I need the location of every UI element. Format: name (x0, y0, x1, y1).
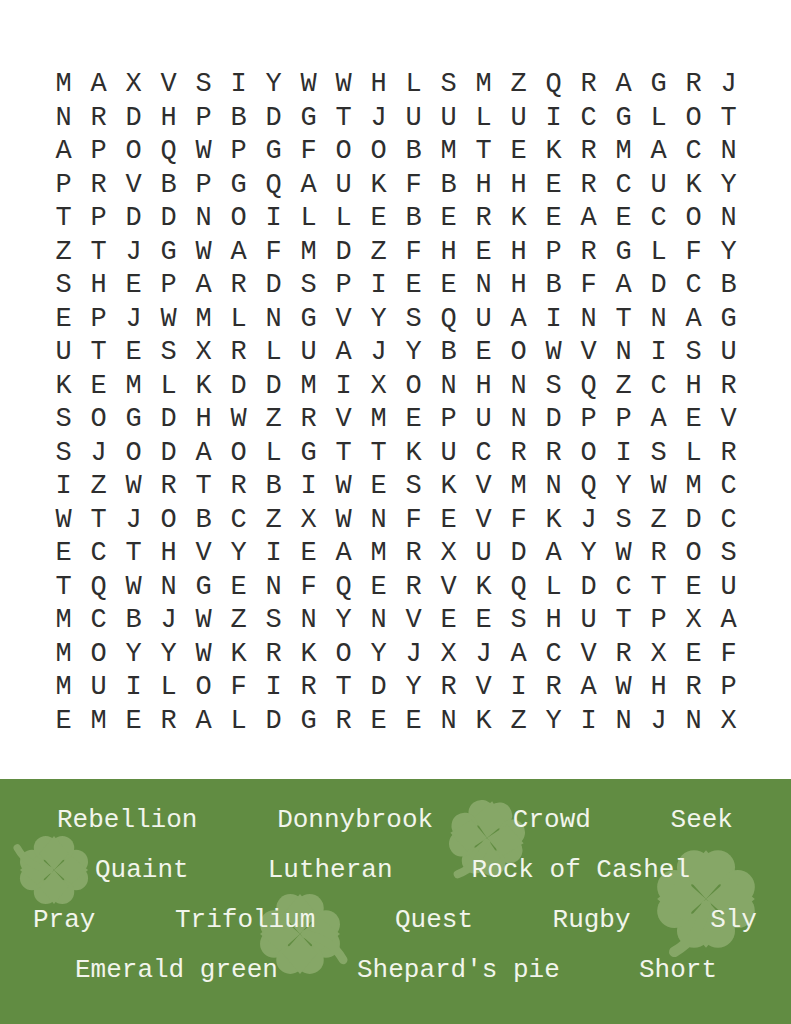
grid-cell: R (396, 537, 431, 571)
grid-cell: M (186, 303, 221, 337)
grid-cell: A (711, 604, 746, 638)
grid-cell: X (431, 537, 466, 571)
grid-cell: B (221, 102, 256, 136)
grid-cell: R (711, 370, 746, 404)
grid-cell: V (326, 403, 361, 437)
grid-cell: W (291, 68, 326, 102)
grid-cell: U (641, 169, 676, 203)
grid-cell: X (676, 604, 711, 638)
grid-cell: M (116, 370, 151, 404)
grid-cell: H (501, 169, 536, 203)
grid-cell: Z (221, 604, 256, 638)
grid-cell: G (116, 403, 151, 437)
grid-cell: R (326, 705, 361, 739)
grid-cell: Z (606, 370, 641, 404)
grid-cell: I (536, 303, 571, 337)
grid-cell: Y (116, 638, 151, 672)
grid-cell: Y (151, 638, 186, 672)
grid-cell: P (711, 671, 746, 705)
grid-cell: G (641, 68, 676, 102)
grid-cell: E (396, 403, 431, 437)
grid-cell: Y (361, 303, 396, 337)
grid-cell: B (431, 336, 466, 370)
grid-cell: A (571, 202, 606, 236)
grid-cell: M (361, 403, 396, 437)
grid-cell: T (466, 135, 501, 169)
word-list-row: QuaintLutheranRock of Cashel (0, 854, 791, 886)
grid-cell: R (81, 102, 116, 136)
grid-cell: U (466, 403, 501, 437)
grid-cell: N (46, 102, 81, 136)
grid-cell: B (116, 604, 151, 638)
grid-cell: M (501, 470, 536, 504)
grid-cell: H (186, 403, 221, 437)
grid-cell: E (396, 705, 431, 739)
grid-cell: A (501, 638, 536, 672)
grid-cell: V (571, 336, 606, 370)
grid-cell: D (256, 102, 291, 136)
grid-cell: S (606, 504, 641, 538)
grid-cell: M (81, 705, 116, 739)
grid-cell: J (116, 236, 151, 270)
grid-cell: J (81, 437, 116, 471)
word-list-item: Rugby (553, 907, 631, 933)
grid-cell: V (571, 638, 606, 672)
grid-cell: R (571, 135, 606, 169)
grid-cell: K (536, 504, 571, 538)
word-list-item: Short (639, 957, 717, 983)
grid-cell: I (326, 370, 361, 404)
grid-cell: B (396, 202, 431, 236)
grid-cell: X (291, 504, 326, 538)
grid-cell: V (116, 169, 151, 203)
grid-cell: H (641, 671, 676, 705)
grid-cell: N (711, 202, 746, 236)
grid-cell: T (326, 437, 361, 471)
grid-cell: I (291, 470, 326, 504)
grid-cell: W (326, 504, 361, 538)
grid-cell: D (151, 437, 186, 471)
grid-cell: K (361, 169, 396, 203)
grid-cell: H (501, 236, 536, 270)
grid-cell: Z (256, 504, 291, 538)
grid-cell: W (536, 336, 571, 370)
grid-cell: W (326, 68, 361, 102)
grid-cell: B (711, 269, 746, 303)
grid-cell: Y (536, 705, 571, 739)
grid-cell: R (291, 671, 326, 705)
grid-cell: C (641, 370, 676, 404)
grid-cell: A (221, 236, 256, 270)
grid-cell: R (221, 336, 256, 370)
grid-cell: F (711, 638, 746, 672)
grid-cell: Y (326, 604, 361, 638)
grid-cell: O (676, 537, 711, 571)
grid-cell: A (571, 671, 606, 705)
grid-cell: V (466, 671, 501, 705)
grid-cell: A (501, 303, 536, 337)
word-search-grid: MAXVSIYWWHLSMZQRAGRJNRDHPBDGTJUULUICGLOT… (46, 68, 746, 738)
grid-cell: U (431, 437, 466, 471)
grid-cell: W (641, 470, 676, 504)
grid-cell: Y (711, 169, 746, 203)
grid-cell: M (46, 671, 81, 705)
grid-cell: M (46, 604, 81, 638)
grid-cell: N (256, 303, 291, 337)
word-list-item: Shepard's pie (357, 957, 560, 983)
grid-cell: C (81, 604, 116, 638)
grid-cell: R (221, 470, 256, 504)
grid-cell: I (606, 437, 641, 471)
grid-cell: P (326, 269, 361, 303)
grid-cell: W (221, 403, 256, 437)
grid-cell: M (676, 470, 711, 504)
grid-cell: E (501, 135, 536, 169)
grid-cell: Y (396, 336, 431, 370)
grid-cell: T (81, 336, 116, 370)
word-list-row: Emerald greenShepard's pieShort (0, 954, 791, 986)
grid-cell: L (641, 236, 676, 270)
grid-cell: P (571, 403, 606, 437)
grid-cell: C (536, 638, 571, 672)
grid-cell: S (501, 604, 536, 638)
grid-cell: S (151, 336, 186, 370)
grid-cell: G (151, 236, 186, 270)
grid-cell: K (676, 169, 711, 203)
grid-cell: Z (256, 403, 291, 437)
grid-cell: O (81, 403, 116, 437)
grid-cell: T (326, 102, 361, 136)
grid-cell: N (571, 303, 606, 337)
word-list-item: Lutheran (268, 857, 393, 883)
grid-cell: J (641, 705, 676, 739)
grid-cell: D (501, 537, 536, 571)
grid-cell: E (221, 571, 256, 605)
grid-cell: A (326, 336, 361, 370)
grid-cell: I (641, 336, 676, 370)
grid-cell: M (46, 638, 81, 672)
grid-cell: N (501, 370, 536, 404)
grid-cell: O (116, 135, 151, 169)
grid-cell: D (116, 102, 151, 136)
grid-cell: J (116, 303, 151, 337)
grid-cell: I (536, 102, 571, 136)
grid-cell: B (186, 504, 221, 538)
grid-cell: H (676, 370, 711, 404)
word-list-item: Seek (671, 807, 733, 833)
grid-cell: C (221, 504, 256, 538)
grid-cell: R (571, 169, 606, 203)
grid-cell: O (186, 671, 221, 705)
grid-cell: J (571, 504, 606, 538)
grid-cell: U (81, 671, 116, 705)
grid-cell: W (46, 504, 81, 538)
grid-cell: W (186, 604, 221, 638)
grid-cell: J (396, 638, 431, 672)
grid-cell: V (466, 504, 501, 538)
grid-cell: A (641, 403, 676, 437)
grid-cell: A (676, 303, 711, 337)
grid-cell: P (536, 236, 571, 270)
grid-cell: V (396, 604, 431, 638)
grid-cell: S (46, 269, 81, 303)
grid-cell: U (501, 102, 536, 136)
grid-cell: R (291, 403, 326, 437)
grid-cell: I (221, 68, 256, 102)
grid-cell: E (536, 202, 571, 236)
grid-cell: N (536, 470, 571, 504)
grid-cell: O (221, 437, 256, 471)
grid-cell: T (641, 571, 676, 605)
grid-cell: A (186, 269, 221, 303)
grid-cell: Z (81, 470, 116, 504)
grid-cell: C (641, 202, 676, 236)
grid-cell: Y (396, 671, 431, 705)
grid-cell: D (641, 269, 676, 303)
grid-cell: A (186, 705, 221, 739)
grid-cell: P (221, 135, 256, 169)
grid-cell: A (606, 68, 641, 102)
grid-cell: O (676, 102, 711, 136)
grid-cell: S (46, 437, 81, 471)
grid-cell: R (151, 470, 186, 504)
grid-cell: F (291, 135, 326, 169)
grid-cell: W (186, 638, 221, 672)
grid-cell: N (291, 604, 326, 638)
grid-cell: R (641, 537, 676, 571)
grid-cell: U (46, 336, 81, 370)
grid-cell: H (151, 102, 186, 136)
grid-cell: E (396, 269, 431, 303)
grid-cell: Y (606, 470, 641, 504)
grid-cell: T (606, 303, 641, 337)
grid-cell: D (221, 370, 256, 404)
grid-cell: Y (571, 537, 606, 571)
grid-cell: E (116, 705, 151, 739)
word-list-item: Sly (710, 907, 757, 933)
grid-cell: M (606, 135, 641, 169)
grid-cell: R (431, 671, 466, 705)
grid-cell: E (431, 269, 466, 303)
grid-cell: L (256, 336, 291, 370)
grid-cell: X (116, 68, 151, 102)
grid-cell: G (221, 169, 256, 203)
grid-cell: L (151, 370, 186, 404)
grid-cell: U (466, 303, 501, 337)
grid-cell: I (501, 671, 536, 705)
grid-cell: Q (536, 68, 571, 102)
grid-cell: V (326, 303, 361, 337)
grid-cell: O (571, 437, 606, 471)
grid-cell: H (81, 269, 116, 303)
word-list-item: Donnybrook (277, 807, 433, 833)
grid-cell: C (711, 470, 746, 504)
grid-cell: R (396, 571, 431, 605)
grid-cell: J (361, 336, 396, 370)
grid-cell: Y (256, 68, 291, 102)
grid-cell: N (256, 571, 291, 605)
grid-cell: K (186, 370, 221, 404)
grid-cell: Z (361, 236, 396, 270)
grid-cell: O (326, 638, 361, 672)
grid-cell: W (116, 470, 151, 504)
grid-cell: T (186, 470, 221, 504)
grid-cell: O (676, 202, 711, 236)
grid-cell: L (396, 68, 431, 102)
grid-cell: P (81, 303, 116, 337)
grid-cell: Z (501, 705, 536, 739)
grid-cell: E (81, 370, 116, 404)
grid-cell: I (46, 470, 81, 504)
grid-cell: R (501, 437, 536, 471)
grid-cell: H (536, 604, 571, 638)
grid-cell: C (571, 102, 606, 136)
grid-cell: P (186, 102, 221, 136)
grid-cell: P (641, 604, 676, 638)
word-list-item: Crowd (513, 807, 591, 833)
grid-cell: O (326, 135, 361, 169)
grid-cell: B (396, 135, 431, 169)
grid-cell: Q (151, 135, 186, 169)
grid-cell: R (466, 202, 501, 236)
word-list-item: Quaint (95, 857, 189, 883)
grid-cell: T (81, 236, 116, 270)
grid-cell: E (431, 504, 466, 538)
grid-cell: R (81, 169, 116, 203)
word-search-page: MAXVSIYWWHLSMZQRAGRJNRDHPBDGTJUULUICGLOT… (0, 0, 791, 1024)
grid-cell: X (186, 336, 221, 370)
grid-cell: C (676, 135, 711, 169)
grid-cell: Z (501, 68, 536, 102)
grid-cell: U (431, 102, 466, 136)
grid-cell: S (256, 604, 291, 638)
grid-cell: D (571, 571, 606, 605)
grid-cell: O (221, 202, 256, 236)
grid-cell: M (431, 135, 466, 169)
grid-cell: R (256, 638, 291, 672)
grid-cell: Q (81, 571, 116, 605)
grid-cell: E (536, 169, 571, 203)
grid-cell: G (291, 705, 326, 739)
grid-cell: E (676, 571, 711, 605)
grid-cell: O (501, 336, 536, 370)
grid-cell: H (151, 537, 186, 571)
grid-cell: T (606, 604, 641, 638)
grid-cell: V (151, 68, 186, 102)
grid-cell: P (186, 169, 221, 203)
grid-cell: U (326, 169, 361, 203)
grid-cell: X (711, 705, 746, 739)
grid-cell: D (256, 269, 291, 303)
grid-cell: E (466, 604, 501, 638)
grid-cell: I (116, 671, 151, 705)
grid-cell: H (361, 68, 396, 102)
grid-cell: E (46, 705, 81, 739)
grid-cell: M (291, 370, 326, 404)
grid-cell: C (81, 537, 116, 571)
grid-cell: B (431, 169, 466, 203)
grid-cell: M (46, 68, 81, 102)
grid-cell: T (326, 671, 361, 705)
grid-cell: X (431, 638, 466, 672)
grid-cell: S (46, 403, 81, 437)
grid-cell: R (571, 236, 606, 270)
grid-cell: N (151, 571, 186, 605)
grid-cell: R (221, 269, 256, 303)
grid-cell: K (431, 470, 466, 504)
grid-cell: D (676, 504, 711, 538)
grid-cell: J (466, 638, 501, 672)
grid-cell: V (466, 470, 501, 504)
grid-cell: R (676, 68, 711, 102)
word-list-item: Rebellion (57, 807, 197, 833)
grid-cell: Z (641, 504, 676, 538)
grid-cell: F (571, 269, 606, 303)
grid-cell: C (606, 571, 641, 605)
grid-cell: O (151, 504, 186, 538)
grid-cell: K (466, 705, 501, 739)
grid-cell: F (676, 236, 711, 270)
grid-cell: Q (326, 571, 361, 605)
grid-cell: J (116, 504, 151, 538)
grid-cell: R (536, 437, 571, 471)
grid-cell: F (221, 671, 256, 705)
grid-cell: B (536, 269, 571, 303)
grid-cell: P (81, 135, 116, 169)
grid-cell: W (186, 236, 221, 270)
grid-cell: P (81, 202, 116, 236)
grid-cell: N (361, 504, 396, 538)
grid-cell: B (151, 169, 186, 203)
grid-cell: H (466, 169, 501, 203)
grid-cell: G (186, 571, 221, 605)
grid-cell: R (151, 705, 186, 739)
grid-cell: E (431, 202, 466, 236)
grid-cell: V (711, 403, 746, 437)
grid-cell: D (536, 403, 571, 437)
grid-cell: G (291, 303, 326, 337)
grid-cell: K (501, 202, 536, 236)
grid-cell: A (606, 269, 641, 303)
grid-cell: T (116, 537, 151, 571)
grid-cell: Y (711, 236, 746, 270)
grid-cell: I (571, 705, 606, 739)
grid-cell: N (186, 202, 221, 236)
grid-cell: F (396, 236, 431, 270)
grid-cell: G (256, 135, 291, 169)
grid-cell: F (501, 504, 536, 538)
grid-cell: A (186, 437, 221, 471)
grid-cell: D (256, 705, 291, 739)
grid-cell: Q (571, 470, 606, 504)
grid-cell: D (151, 202, 186, 236)
grid-cell: Z (46, 236, 81, 270)
word-list-item: Emerald green (75, 957, 278, 983)
grid-cell: I (256, 202, 291, 236)
grid-cell: T (46, 571, 81, 605)
grid-cell: M (291, 236, 326, 270)
grid-cell: R (606, 638, 641, 672)
grid-cell: J (711, 68, 746, 102)
grid-cell: Y (361, 638, 396, 672)
grid-cell: U (711, 336, 746, 370)
grid-cell: W (116, 571, 151, 605)
grid-cell: N (431, 705, 466, 739)
grid-cell: T (81, 504, 116, 538)
word-list-item: Quest (395, 907, 473, 933)
grid-cell: D (116, 202, 151, 236)
grid-cell: J (151, 604, 186, 638)
